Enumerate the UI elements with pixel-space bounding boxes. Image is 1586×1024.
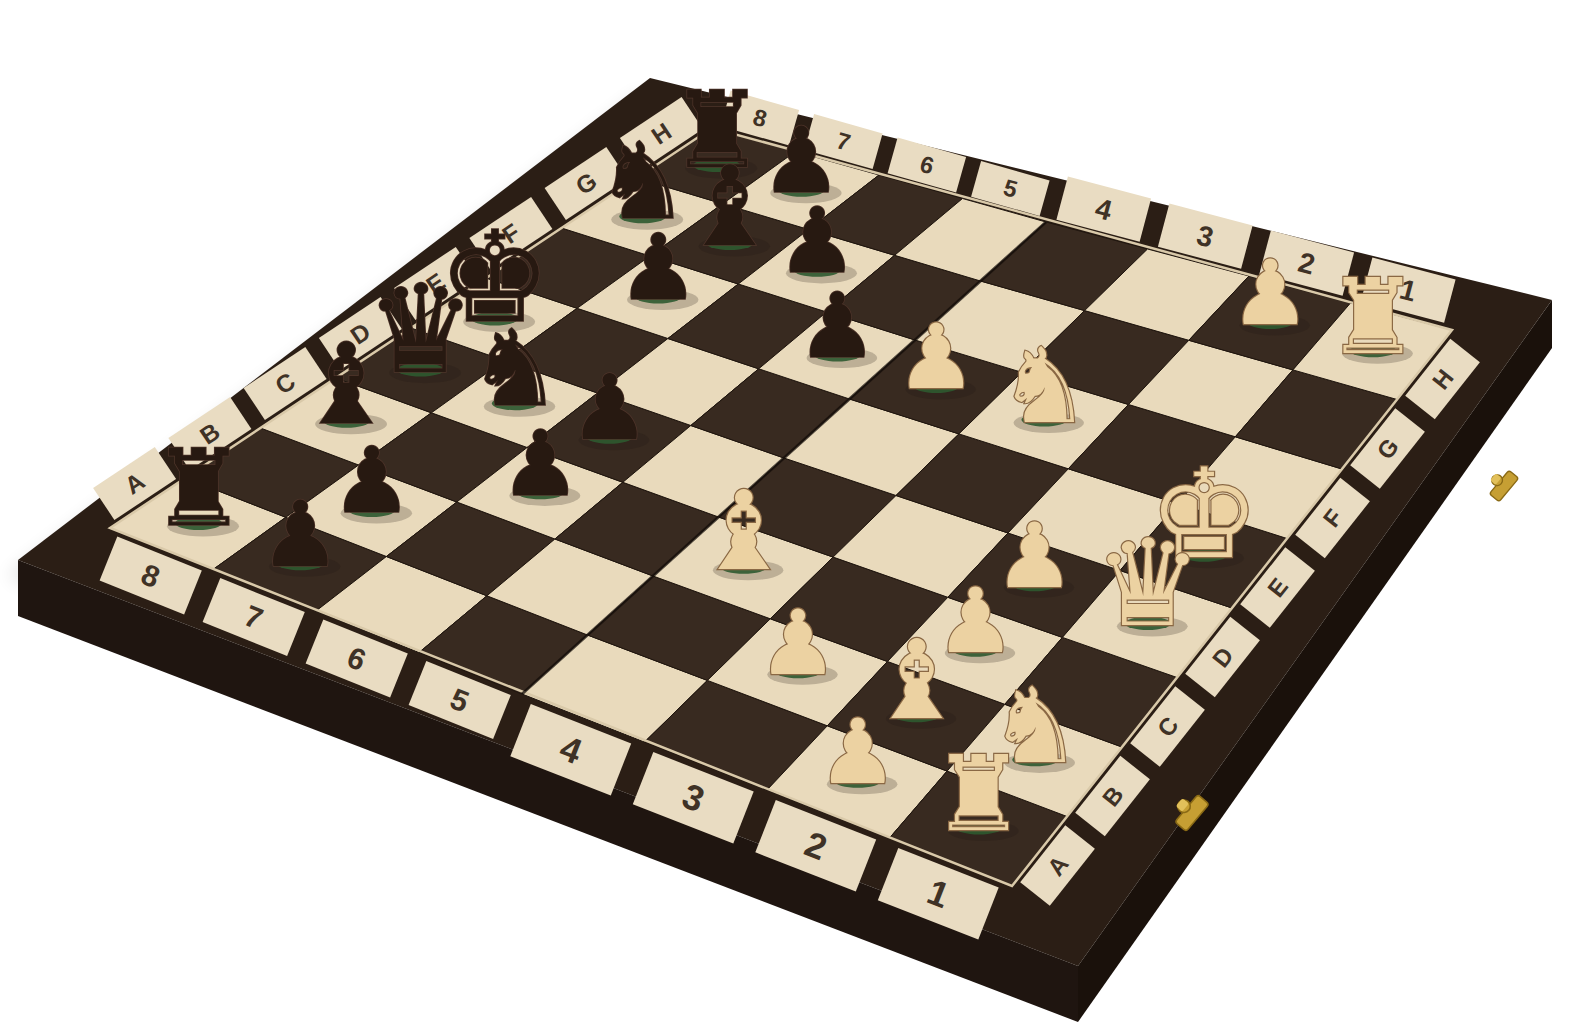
- piece-black-rook-a8[interactable]: ♜: [151, 426, 246, 550]
- piece-glyph: ♟: [259, 481, 341, 587]
- piece-black-pawn-a7[interactable]: ♟: [259, 481, 341, 587]
- piece-white-pawn-b3[interactable]: ♟: [758, 591, 839, 695]
- clasp-right: [1483, 465, 1519, 502]
- piece-glyph: ♟: [797, 273, 878, 378]
- piece-black-pawn-c6[interactable]: ♟: [500, 411, 581, 516]
- piece-glyph: ♝: [695, 468, 793, 595]
- piece-black-pawn-d6[interactable]: ♟: [569, 355, 650, 460]
- piece-white-knight-f3[interactable]: ♞: [998, 326, 1091, 447]
- piece-white-pawn-f4[interactable]: ♟: [896, 305, 977, 409]
- piece-glyph: ♞: [998, 326, 1091, 447]
- piece-glyph: ♟: [617, 214, 699, 320]
- piece-black-pawn-b7[interactable]: ♟: [331, 427, 413, 533]
- piece-glyph: ♟: [817, 700, 898, 804]
- piece-black-pawn-f7[interactable]: ♟: [617, 214, 699, 320]
- piece-white-pawn-h2[interactable]: ♟: [1230, 241, 1311, 345]
- chess-photo-stage: ABCDEFGH8765432187654321ABCDEFGH♜♟♞♝♟♟♚♟…: [0, 0, 1586, 1024]
- chess-board: ABCDEFGH8765432187654321ABCDEFGH♜♟♞♝♟♟♚♟…: [0, 0, 1586, 1024]
- piece-glyph: ♟: [569, 355, 650, 460]
- piece-glyph: ♟: [331, 427, 413, 533]
- piece-white-rook-a1[interactable]: ♜: [932, 733, 1026, 855]
- piece-glyph: ♜: [151, 426, 246, 550]
- piece-glyph: ♟: [1230, 241, 1311, 345]
- piece-glyph: ♟: [758, 591, 839, 695]
- piece-white-bishop-c4[interactable]: ♝: [695, 468, 793, 595]
- piece-glyph: ♜: [932, 733, 1026, 855]
- piece-white-queen-d1[interactable]: ♛: [1094, 513, 1202, 653]
- piece-white-pawn-a2[interactable]: ♟: [817, 700, 898, 804]
- piece-black-pawn-f5[interactable]: ♟: [797, 273, 878, 378]
- piece-glyph: ♜: [1326, 256, 1420, 378]
- piece-glyph: ♟: [896, 305, 977, 409]
- piece-white-rook-h1[interactable]: ♜: [1326, 256, 1420, 378]
- piece-glyph: ♛: [1094, 513, 1202, 653]
- piece-glyph: ♟: [500, 411, 581, 516]
